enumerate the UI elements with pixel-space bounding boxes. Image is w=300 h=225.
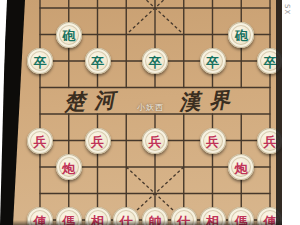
- edge-text: SX: [283, 4, 291, 15]
- piece-black-soldier[interactable]: 卒: [142, 48, 168, 74]
- red-soldier-glyph: 兵: [149, 135, 162, 148]
- piece-red-cannon[interactable]: 炮: [56, 154, 82, 180]
- piece-black-cannon[interactable]: 砲: [56, 22, 82, 48]
- black-soldier-glyph: 卒: [149, 55, 162, 68]
- piece-red-soldier[interactable]: 兵: [142, 128, 168, 154]
- black-soldier-glyph: 卒: [206, 55, 219, 68]
- piece-black-soldier[interactable]: 卒: [200, 48, 226, 74]
- piece-red-soldier[interactable]: 兵: [27, 128, 53, 154]
- xiangqi-photo: 楚河 漢界 砲砲卒卒卒卒卒兵兵兵兵兵炮炮俥傌相仕帥仕相傌俥 小妖西 SX: [0, 0, 300, 225]
- black-soldier-glyph: 卒: [264, 55, 277, 68]
- red-soldier-glyph: 兵: [206, 135, 219, 148]
- watermark: 小妖西: [137, 102, 164, 113]
- piece-red-soldier[interactable]: 兵: [200, 128, 226, 154]
- piece-black-cannon[interactable]: 砲: [228, 22, 254, 48]
- red-soldier-glyph: 兵: [34, 135, 47, 148]
- red-soldier-glyph: 兵: [264, 135, 277, 148]
- piece-black-soldier[interactable]: 卒: [85, 48, 111, 74]
- black-soldier-glyph: 卒: [34, 55, 47, 68]
- black-cannon-glyph: 砲: [62, 29, 75, 42]
- red-cannon-glyph: 炮: [235, 161, 248, 174]
- river-label-left: 楚河: [63, 85, 124, 116]
- black-soldier-glyph: 卒: [91, 55, 104, 68]
- red-soldier-glyph: 兵: [91, 135, 104, 148]
- red-cannon-glyph: 炮: [62, 161, 75, 174]
- piece-red-soldier[interactable]: 兵: [85, 128, 111, 154]
- photo-margin-right: [282, 0, 300, 225]
- piece-black-soldier[interactable]: 卒: [27, 48, 53, 74]
- black-cannon-glyph: 砲: [235, 29, 248, 42]
- photo-bottom-shadow: [8, 220, 284, 225]
- river-label-right: 漢界: [178, 85, 239, 116]
